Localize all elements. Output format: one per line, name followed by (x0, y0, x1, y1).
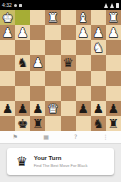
square-a8[interactable]: ♜ (106, 116, 121, 131)
square-f7[interactable]: ♟ (30, 101, 45, 116)
square-a6[interactable] (106, 86, 121, 101)
square-b7[interactable]: ♟ (91, 101, 106, 116)
square-c3[interactable] (76, 40, 91, 55)
square-d6[interactable] (61, 86, 76, 101)
square-c2[interactable]: ♟ (76, 25, 91, 40)
black-queen: ♛ (61, 55, 76, 70)
square-d8[interactable] (61, 116, 76, 131)
square-a7[interactable]: ♟ (106, 101, 121, 116)
square-h1[interactable]: ♚ (0, 10, 15, 25)
square-b6[interactable] (91, 86, 106, 101)
square-c8[interactable] (76, 116, 91, 131)
status-bar: 4:32 (0, 0, 121, 10)
white-pawn: ♟ (15, 25, 30, 40)
square-h4[interactable] (0, 55, 15, 70)
square-c6[interactable] (76, 86, 91, 101)
square-e3[interactable] (45, 40, 60, 55)
square-d3[interactable] (61, 40, 76, 55)
black-rook: ♜ (106, 116, 121, 131)
square-h5[interactable] (0, 71, 15, 86)
square-c4[interactable] (76, 55, 91, 70)
square-b2[interactable]: ♟ (91, 25, 106, 40)
square-e7[interactable]: ♛ (45, 101, 60, 116)
square-f1[interactable] (30, 10, 45, 25)
puzzle-toolbar: ⚑ ▦ ? ⋮ (0, 131, 121, 144)
black-knight: ♞ (15, 55, 30, 70)
square-b3[interactable]: ♞ (91, 40, 106, 55)
signal-icon (110, 3, 114, 8)
black-king: ♚ (15, 116, 30, 131)
square-g2[interactable]: ♟ (15, 25, 30, 40)
flag-icon[interactable]: ⚑ (13, 134, 18, 140)
square-a5[interactable] (106, 71, 121, 86)
white-bishop: ♝ (76, 10, 91, 25)
square-g3[interactable] (15, 40, 30, 55)
white-rook: ♜ (106, 10, 121, 25)
square-e6[interactable] (45, 86, 60, 101)
black-pawn: ♟ (91, 101, 106, 116)
square-d5[interactable] (61, 71, 76, 86)
square-d4[interactable]: ♛ (61, 55, 76, 70)
square-a1[interactable]: ♜ (106, 10, 121, 25)
square-b8[interactable]: ♞ (91, 116, 106, 131)
black-pawn: ♟ (15, 101, 30, 116)
square-a4[interactable] (106, 55, 121, 70)
black-knight: ♞ (91, 116, 106, 131)
white-queen: ♛ (45, 101, 60, 116)
square-e1[interactable]: ♜ (45, 10, 60, 25)
notification-icon-2 (19, 4, 22, 7)
turn-card: ♛ Your Turn Find The Best Move For Black (7, 148, 114, 175)
black-crown-icon: ♛ (16, 155, 28, 168)
square-f2[interactable] (30, 25, 45, 40)
square-b1[interactable] (91, 10, 106, 25)
white-knight: ♞ (91, 40, 106, 55)
hint-icon[interactable]: ? (74, 134, 77, 140)
white-pawn: ♟ (91, 25, 106, 40)
chess-board: ♚♜♝♜♟♟♟♟♟♞♞♟♛♟♟♟♛♟♟♟♚♜♞♜ (0, 10, 121, 131)
white-pawn: ♟ (76, 25, 91, 40)
white-pawn: ♟ (30, 55, 45, 70)
black-rook: ♜ (30, 116, 45, 131)
square-b4[interactable] (91, 55, 106, 70)
square-f8[interactable]: ♜ (30, 116, 45, 131)
square-h8[interactable] (0, 116, 15, 131)
black-pawn: ♟ (106, 101, 121, 116)
app-screen: 4:32 ♚♜♝♜♟♟♟♟♟♞♞♟♛♟♟♟♛♟♟♟♚♜♞♜ ⚑ ▦ ? ⋮ ♛ … (0, 0, 121, 182)
square-g7[interactable]: ♟ (15, 101, 30, 116)
square-c7[interactable]: ♟ (76, 101, 91, 116)
square-g1[interactable] (15, 10, 30, 25)
black-pawn: ♟ (0, 101, 15, 116)
battery-icon (116, 3, 119, 8)
square-d7[interactable] (61, 101, 76, 116)
square-g5[interactable] (15, 71, 30, 86)
square-e5[interactable] (45, 71, 60, 86)
black-pawn: ♟ (30, 101, 45, 116)
square-g4[interactable]: ♞ (15, 55, 30, 70)
white-pawn: ♟ (106, 25, 121, 40)
square-h3[interactable] (0, 40, 15, 55)
black-pawn: ♟ (76, 101, 91, 116)
board-icon[interactable]: ▦ (43, 134, 49, 140)
square-h7[interactable]: ♟ (0, 101, 15, 116)
white-pawn: ♟ (0, 25, 15, 40)
square-a3[interactable] (106, 40, 121, 55)
square-g6[interactable] (15, 86, 30, 101)
white-rook: ♜ (45, 10, 60, 25)
more-icon[interactable]: ⋮ (102, 134, 108, 140)
square-f6[interactable] (30, 86, 45, 101)
square-c5[interactable] (76, 71, 91, 86)
square-e8[interactable] (45, 116, 60, 131)
square-f4[interactable]: ♟ (30, 55, 45, 70)
notification-icon (14, 4, 17, 7)
square-e4[interactable] (45, 55, 60, 70)
wifi-icon (104, 3, 108, 8)
square-c1[interactable]: ♝ (76, 10, 91, 25)
square-d2[interactable] (61, 25, 76, 40)
square-f5[interactable] (30, 71, 45, 86)
square-d1[interactable] (61, 10, 76, 25)
white-king: ♚ (0, 10, 15, 25)
clock-time: 4:32 (2, 0, 12, 10)
square-e2[interactable] (45, 25, 60, 40)
square-f3[interactable] (30, 40, 45, 55)
turn-title: Your Turn (34, 155, 88, 161)
square-g8[interactable]: ♚ (15, 116, 30, 131)
square-h6[interactable] (0, 86, 15, 101)
turn-subtitle: Find The Best Move For Black (34, 163, 88, 168)
square-h2[interactable]: ♟ (0, 25, 15, 40)
square-b5[interactable] (91, 71, 106, 86)
square-a2[interactable]: ♟ (106, 25, 121, 40)
